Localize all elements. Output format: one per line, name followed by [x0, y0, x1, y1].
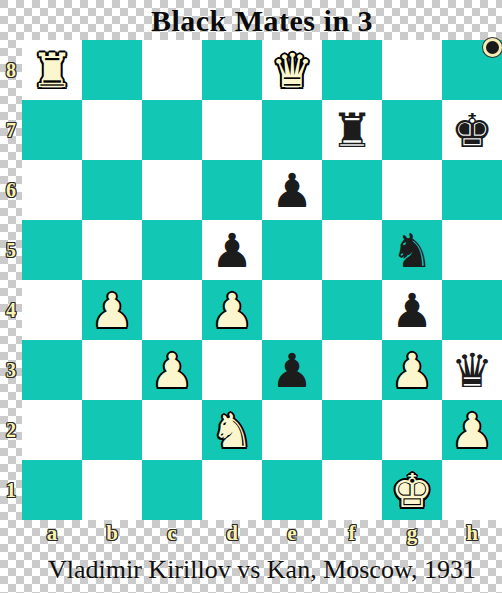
board-area: 87654321 ♜♛♜♚♟♟♞♟♟♟♟♟♟♛♞♟♚: [0, 40, 502, 520]
rank-label-1: 1: [0, 460, 22, 520]
file-label-d: d: [202, 520, 262, 548]
square-g6[interactable]: [382, 160, 442, 220]
square-d2[interactable]: ♞: [202, 400, 262, 460]
square-g1[interactable]: ♚: [382, 460, 442, 520]
square-c1[interactable]: [142, 460, 202, 520]
square-f7[interactable]: ♜: [322, 100, 382, 160]
square-c5[interactable]: [142, 220, 202, 280]
square-b3[interactable]: [82, 340, 142, 400]
square-b7[interactable]: [82, 100, 142, 160]
square-g7[interactable]: [382, 100, 442, 160]
square-g4[interactable]: ♟: [382, 280, 442, 340]
black-to-move-indicator: [483, 38, 502, 57]
white-pawn-d4: ♟: [211, 287, 253, 334]
black-pawn-e3: ♟: [271, 347, 313, 394]
rank-label-3: 3: [0, 340, 22, 400]
square-f4[interactable]: [322, 280, 382, 340]
square-f1[interactable]: [322, 460, 382, 520]
black-queen-h3: ♛: [451, 347, 493, 394]
square-h5[interactable]: [442, 220, 502, 280]
rank-labels: 87654321: [0, 40, 22, 520]
square-a7[interactable]: [22, 100, 82, 160]
square-a4[interactable]: [22, 280, 82, 340]
game-caption: Vladimir Kirillov vs Kan, Moscow, 1931: [0, 555, 502, 585]
square-e1[interactable]: [262, 460, 322, 520]
chess-diagram: Black Mates in 3 87654321 ♜♛♜♚♟♟♞♟♟♟♟♟♟♛…: [0, 0, 502, 593]
square-f3[interactable]: [322, 340, 382, 400]
white-rook-a8: ♜: [31, 47, 73, 94]
square-h6[interactable]: [442, 160, 502, 220]
square-h3[interactable]: ♛: [442, 340, 502, 400]
square-f2[interactable]: [322, 400, 382, 460]
black-king-h7: ♚: [451, 107, 493, 154]
square-h7[interactable]: ♚: [442, 100, 502, 160]
square-f8[interactable]: [322, 40, 382, 100]
square-d5[interactable]: ♟: [202, 220, 262, 280]
rank-label-6: 6: [0, 160, 22, 220]
square-g5[interactable]: ♞: [382, 220, 442, 280]
square-e2[interactable]: [262, 400, 322, 460]
square-a6[interactable]: [22, 160, 82, 220]
square-c6[interactable]: [142, 160, 202, 220]
square-g8[interactable]: [382, 40, 442, 100]
square-b1[interactable]: [82, 460, 142, 520]
white-pawn-c3: ♟: [151, 347, 193, 394]
square-e6[interactable]: ♟: [262, 160, 322, 220]
rank-label-4: 4: [0, 280, 22, 340]
file-label-g: g: [382, 520, 442, 548]
square-e3[interactable]: ♟: [262, 340, 322, 400]
black-pawn-g4: ♟: [391, 287, 433, 334]
rank-label-8: 8: [0, 40, 22, 100]
square-h1[interactable]: [442, 460, 502, 520]
puzzle-title: Black Mates in 3: [0, 0, 502, 40]
square-d7[interactable]: [202, 100, 262, 160]
square-b5[interactable]: [82, 220, 142, 280]
white-knight-d2: ♞: [211, 407, 253, 454]
chess-board: ♜♛♜♚♟♟♞♟♟♟♟♟♟♛♞♟♚: [22, 40, 502, 520]
black-pawn-e6: ♟: [271, 167, 313, 214]
rank-label-2: 2: [0, 400, 22, 460]
square-d3[interactable]: [202, 340, 262, 400]
square-a2[interactable]: [22, 400, 82, 460]
square-f5[interactable]: [322, 220, 382, 280]
file-labels: abcdefgh: [22, 520, 502, 548]
file-label-b: b: [82, 520, 142, 548]
square-g2[interactable]: [382, 400, 442, 460]
square-c8[interactable]: [142, 40, 202, 100]
file-label-c: c: [142, 520, 202, 548]
file-label-a: a: [22, 520, 82, 548]
square-a1[interactable]: [22, 460, 82, 520]
white-queen-e8: ♛: [271, 47, 313, 94]
white-pawn-b4: ♟: [91, 287, 133, 334]
square-d6[interactable]: [202, 160, 262, 220]
square-e7[interactable]: [262, 100, 322, 160]
black-knight-g5: ♞: [391, 227, 433, 274]
square-d4[interactable]: ♟: [202, 280, 262, 340]
black-pawn-d5: ♟: [211, 227, 253, 274]
file-label-f: f: [322, 520, 382, 548]
square-c7[interactable]: [142, 100, 202, 160]
black-rook-f7: ♜: [331, 107, 373, 154]
square-c4[interactable]: [142, 280, 202, 340]
square-e5[interactable]: [262, 220, 322, 280]
square-d1[interactable]: [202, 460, 262, 520]
square-b2[interactable]: [82, 400, 142, 460]
file-label-e: e: [262, 520, 322, 548]
square-b6[interactable]: [82, 160, 142, 220]
file-label-h: h: [442, 520, 502, 548]
square-h2[interactable]: ♟: [442, 400, 502, 460]
square-a3[interactable]: [22, 340, 82, 400]
square-c2[interactable]: [142, 400, 202, 460]
square-g3[interactable]: ♟: [382, 340, 442, 400]
rank-label-7: 7: [0, 100, 22, 160]
white-king-g1: ♚: [391, 467, 433, 514]
square-a8[interactable]: ♜: [22, 40, 82, 100]
square-d8[interactable]: [202, 40, 262, 100]
square-c3[interactable]: ♟: [142, 340, 202, 400]
rank-label-5: 5: [0, 220, 22, 280]
square-f6[interactable]: [322, 160, 382, 220]
square-b4[interactable]: ♟: [82, 280, 142, 340]
square-a5[interactable]: [22, 220, 82, 280]
square-h4[interactable]: [442, 280, 502, 340]
square-e8[interactable]: ♛: [262, 40, 322, 100]
white-pawn-h2: ♟: [451, 407, 493, 454]
square-e4[interactable]: [262, 280, 322, 340]
white-pawn-g3: ♟: [391, 347, 433, 394]
square-b8[interactable]: [82, 40, 142, 100]
